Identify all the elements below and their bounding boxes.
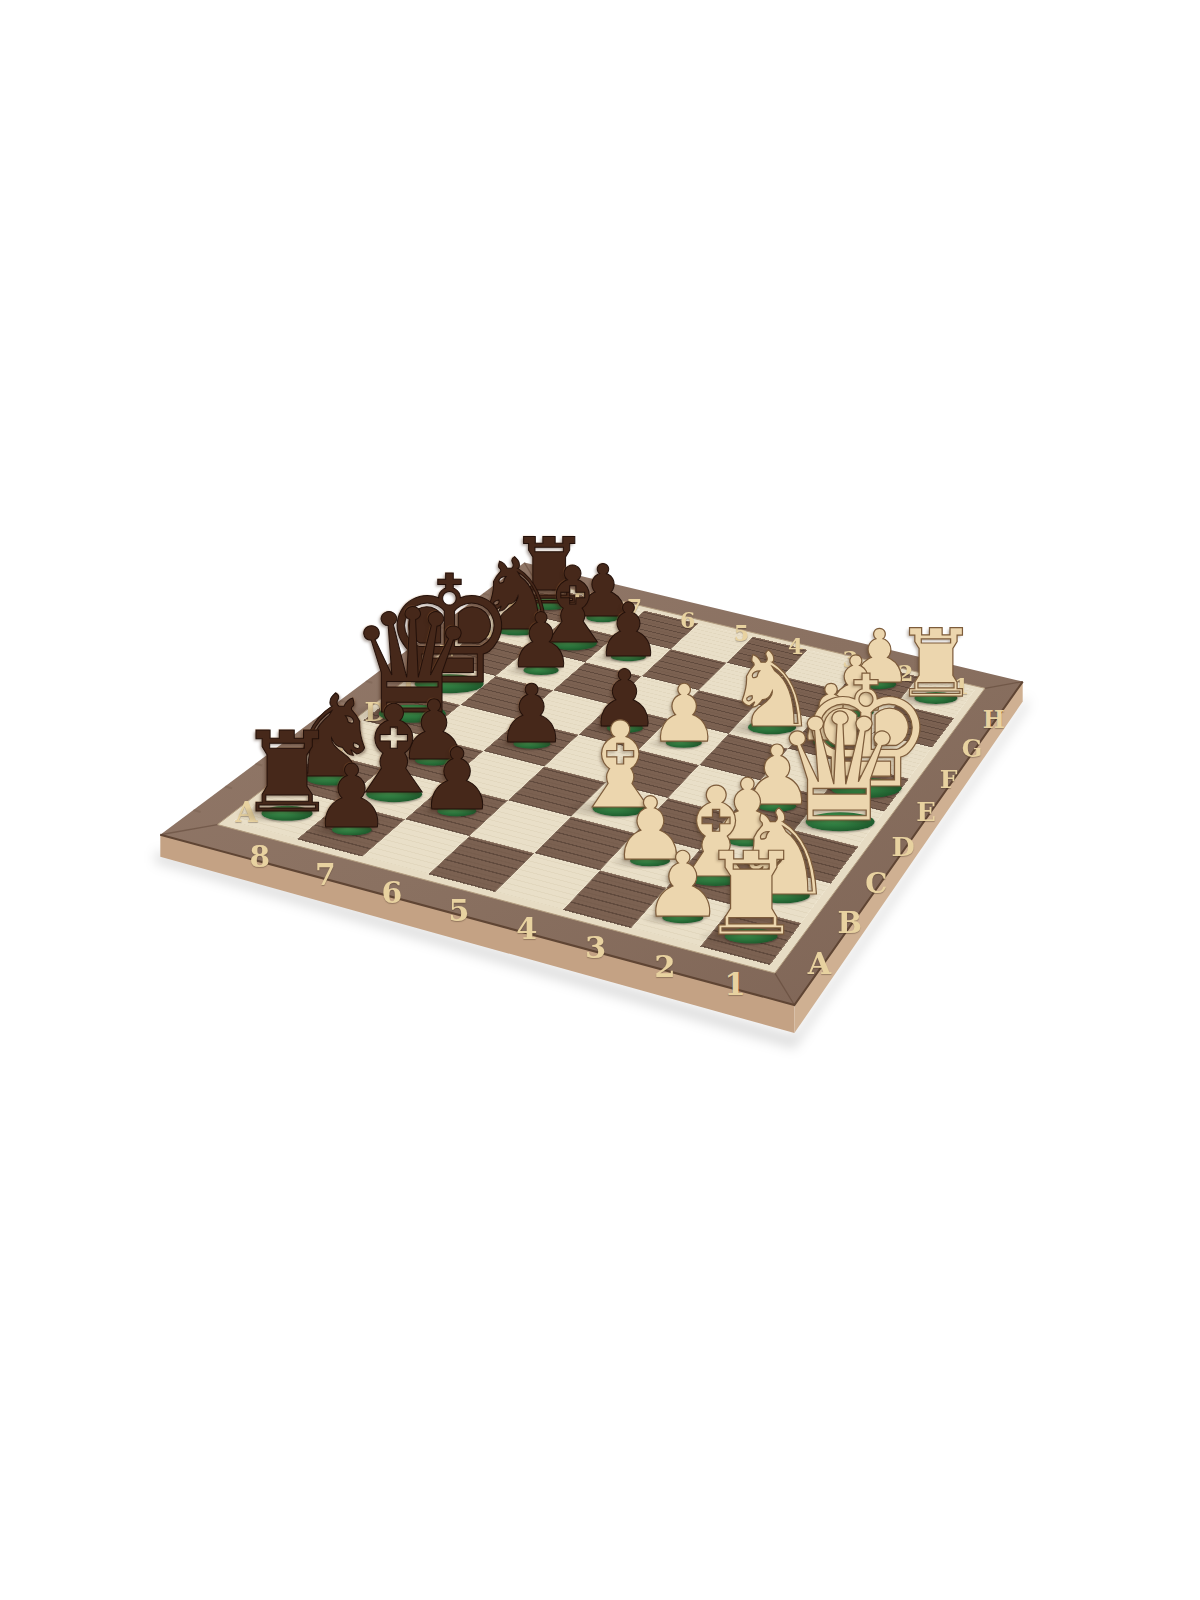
label-rank-3-bottom-left: 3 [585,932,606,963]
label-rank-8-bottom-left: 8 [249,842,270,872]
label-file-C-bottom-right: C [865,870,887,898]
label-rank-6-top-right: 6 [680,609,695,631]
label-file-F-bottom-right: F [940,768,958,793]
product-photo-scene: 1122334455667788AABBCCDDEEFFGGHH ♜♞♛♚♜♝♟… [0,0,1200,1600]
label-rank-2-bottom-left: 2 [654,951,675,982]
black-pawn-icon: ♟ [419,737,496,823]
black-pawn-icon: ♟ [312,755,391,843]
label-rank-1-bottom-left: 1 [724,969,746,1000]
label-rank-5-bottom-left: 5 [449,896,470,926]
white-rook-icon: ♜ [700,837,803,952]
black-pawn-icon: ♟ [495,674,567,755]
label-rank-7-bottom-left: 7 [315,860,336,890]
label-file-H-bottom-right: H [983,708,1005,731]
label-file-G-bottom-right: G [962,737,983,761]
label-rank-6-bottom-left: 6 [381,878,402,908]
label-file-A-bottom-right: A [808,949,831,979]
label-rank-4-bottom-left: 4 [516,914,537,944]
label-file-B-bottom-right: B [837,909,861,938]
